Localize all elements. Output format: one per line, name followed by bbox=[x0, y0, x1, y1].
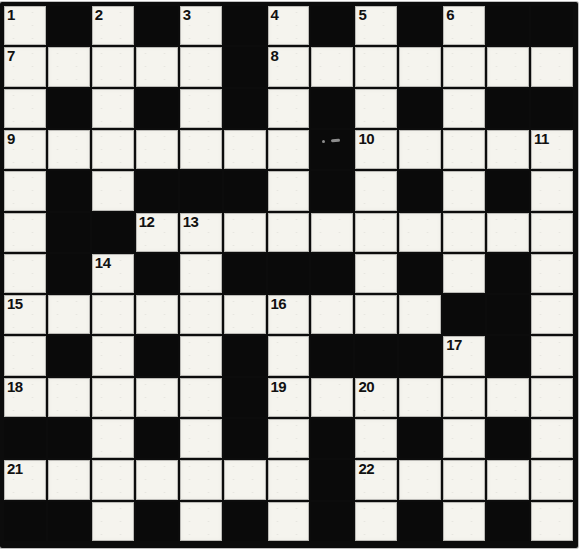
cell-r1c3[interactable]: 2 bbox=[92, 6, 134, 45]
cell-r10c3[interactable] bbox=[92, 378, 134, 417]
black-cell-r11c6 bbox=[224, 419, 266, 458]
cell-r9c13[interactable] bbox=[531, 336, 573, 375]
cell-r6c7[interactable] bbox=[268, 213, 310, 252]
cell-r5c7[interactable] bbox=[268, 171, 310, 210]
cell-r10c9[interactable]: 20 bbox=[355, 378, 397, 417]
cell-r2c5[interactable] bbox=[180, 47, 222, 86]
black-cell-r7c8 bbox=[311, 254, 353, 293]
black-cell-r2c6 bbox=[224, 47, 266, 86]
clue-number-2: 2 bbox=[95, 6, 103, 23]
black-cell-r7c7 bbox=[268, 254, 310, 293]
cell-r6c12[interactable] bbox=[487, 213, 529, 252]
cell-r12c2[interactable] bbox=[48, 460, 90, 499]
cell-r12c13[interactable] bbox=[531, 460, 573, 499]
cell-r3c9[interactable] bbox=[355, 89, 397, 128]
cell-r9c7[interactable] bbox=[268, 336, 310, 375]
clue-number-15: 15 bbox=[7, 295, 23, 312]
cell-r9c3[interactable] bbox=[92, 336, 134, 375]
cell-r9c5[interactable] bbox=[180, 336, 222, 375]
cell-r8c3[interactable] bbox=[92, 295, 134, 334]
black-cell-r5c6 bbox=[224, 171, 266, 210]
cell-r4c9[interactable]: 10 bbox=[355, 130, 397, 169]
cell-r10c10[interactable] bbox=[399, 378, 441, 417]
cell-r10c11[interactable] bbox=[443, 378, 485, 417]
black-cell-r13c2 bbox=[48, 502, 90, 541]
cell-r2c9[interactable] bbox=[355, 47, 397, 86]
cell-r6c11[interactable] bbox=[443, 213, 485, 252]
cell-r9c1[interactable] bbox=[4, 336, 46, 375]
cell-r4c11[interactable] bbox=[443, 130, 485, 169]
black-cell-r9c8 bbox=[311, 336, 353, 375]
cell-r11c11[interactable] bbox=[443, 419, 485, 458]
black-cell-r9c2 bbox=[48, 336, 90, 375]
scan-smudge-dot bbox=[322, 140, 325, 143]
black-cell-r6c2 bbox=[48, 213, 90, 252]
black-cell-r13c6 bbox=[224, 502, 266, 541]
cell-r8c8[interactable] bbox=[311, 295, 353, 334]
cell-r3c3[interactable] bbox=[92, 89, 134, 128]
black-cell-r5c8 bbox=[311, 171, 353, 210]
cell-r12c12[interactable] bbox=[487, 460, 529, 499]
cell-r10c7[interactable]: 19 bbox=[268, 378, 310, 417]
clue-number-14: 14 bbox=[95, 254, 111, 271]
black-cell-r9c10 bbox=[399, 336, 441, 375]
cell-r3c11[interactable] bbox=[443, 89, 485, 128]
cell-r8c10[interactable] bbox=[399, 295, 441, 334]
scan-smudge-dash bbox=[331, 139, 340, 143]
cell-r12c5[interactable] bbox=[180, 460, 222, 499]
cell-r8c9[interactable] bbox=[355, 295, 397, 334]
black-cell-r3c13 bbox=[531, 89, 573, 128]
cell-r8c6[interactable] bbox=[224, 295, 266, 334]
cell-r2c4[interactable] bbox=[136, 47, 178, 86]
cell-r11c5[interactable] bbox=[180, 419, 222, 458]
cell-r11c3[interactable] bbox=[92, 419, 134, 458]
clue-number-16: 16 bbox=[271, 295, 287, 312]
clue-number-21: 21 bbox=[7, 460, 23, 477]
black-cell-r5c4 bbox=[136, 171, 178, 210]
cell-r4c7[interactable] bbox=[268, 130, 310, 169]
clue-number-8: 8 bbox=[271, 47, 279, 64]
black-cell-r3c10 bbox=[399, 89, 441, 128]
cell-r6c8[interactable] bbox=[311, 213, 353, 252]
cell-r13c11[interactable] bbox=[443, 502, 485, 541]
black-cell-r7c10 bbox=[399, 254, 441, 293]
cell-r12c11[interactable] bbox=[443, 460, 485, 499]
cell-r7c1[interactable] bbox=[4, 254, 46, 293]
black-cell-r8c11 bbox=[443, 295, 485, 334]
cell-r3c1[interactable] bbox=[4, 89, 46, 128]
black-cell-r11c2 bbox=[48, 419, 90, 458]
cell-r2c12[interactable] bbox=[487, 47, 529, 86]
cell-r3c7[interactable] bbox=[268, 89, 310, 128]
black-cell-r9c9 bbox=[355, 336, 397, 375]
black-cell-r9c4 bbox=[136, 336, 178, 375]
black-cell-r7c4 bbox=[136, 254, 178, 293]
clue-number-1: 1 bbox=[7, 6, 15, 23]
cell-r8c7[interactable]: 16 bbox=[268, 295, 310, 334]
cell-r6c13[interactable] bbox=[531, 213, 573, 252]
black-cell-r13c4 bbox=[136, 502, 178, 541]
black-cell-r13c1 bbox=[4, 502, 46, 541]
clue-number-22: 22 bbox=[358, 460, 374, 477]
black-cell-r11c4 bbox=[136, 419, 178, 458]
cell-r2c13[interactable] bbox=[531, 47, 573, 86]
black-cell-r9c12 bbox=[487, 336, 529, 375]
black-cell-r3c6 bbox=[224, 89, 266, 128]
cell-r10c2[interactable] bbox=[48, 378, 90, 417]
cell-r13c7[interactable] bbox=[268, 502, 310, 541]
black-cell-r9c6 bbox=[224, 336, 266, 375]
cell-r8c4[interactable] bbox=[136, 295, 178, 334]
cell-r2c3[interactable] bbox=[92, 47, 134, 86]
clue-number-18: 18 bbox=[7, 378, 23, 395]
black-cell-r11c8 bbox=[311, 419, 353, 458]
cell-r7c9[interactable] bbox=[355, 254, 397, 293]
cell-r6c1[interactable] bbox=[4, 213, 46, 252]
cell-r12c3[interactable] bbox=[92, 460, 134, 499]
cell-r2c2[interactable] bbox=[48, 47, 90, 86]
black-cell-r5c5 bbox=[180, 171, 222, 210]
cell-r6c9[interactable] bbox=[355, 213, 397, 252]
cell-r1c9[interactable]: 5 bbox=[355, 6, 397, 45]
clue-number-6: 6 bbox=[446, 6, 454, 23]
clue-number-9: 9 bbox=[7, 130, 15, 147]
cell-r6c5[interactable]: 13 bbox=[180, 213, 222, 252]
cell-r7c3[interactable]: 14 bbox=[92, 254, 134, 293]
cell-r4c10[interactable] bbox=[399, 130, 441, 169]
cell-r12c10[interactable] bbox=[399, 460, 441, 499]
cell-r8c1[interactable]: 15 bbox=[4, 295, 46, 334]
cell-r7c11[interactable] bbox=[443, 254, 485, 293]
cell-r4c4[interactable] bbox=[136, 130, 178, 169]
black-cell-r7c12 bbox=[487, 254, 529, 293]
clue-number-5: 5 bbox=[358, 6, 366, 23]
cell-r2c11[interactable] bbox=[443, 47, 485, 86]
black-cell-r13c12 bbox=[487, 502, 529, 541]
black-cell-r3c12 bbox=[487, 89, 529, 128]
black-cell-r8c12 bbox=[487, 295, 529, 334]
cell-r2c8[interactable] bbox=[311, 47, 353, 86]
black-cell-r1c12 bbox=[487, 6, 529, 45]
black-cell-r5c10 bbox=[399, 171, 441, 210]
cell-r4c6[interactable] bbox=[224, 130, 266, 169]
clue-number-12: 12 bbox=[139, 213, 155, 230]
black-cell-r13c10 bbox=[399, 502, 441, 541]
cell-r13c5[interactable] bbox=[180, 502, 222, 541]
clue-number-13: 13 bbox=[183, 213, 199, 230]
black-cell-r11c10 bbox=[399, 419, 441, 458]
cell-r7c5[interactable] bbox=[180, 254, 222, 293]
cell-r7c13[interactable] bbox=[531, 254, 573, 293]
cell-r4c5[interactable] bbox=[180, 130, 222, 169]
black-cell-r1c6 bbox=[224, 6, 266, 45]
cell-r12c6[interactable] bbox=[224, 460, 266, 499]
cell-r13c9[interactable] bbox=[355, 502, 397, 541]
black-cell-r7c2 bbox=[48, 254, 90, 293]
cell-r10c5[interactable] bbox=[180, 378, 222, 417]
cell-r13c13[interactable] bbox=[531, 502, 573, 541]
cell-r4c13[interactable]: 11 bbox=[531, 130, 573, 169]
black-cell-r13c8 bbox=[311, 502, 353, 541]
black-cell-r3c8 bbox=[311, 89, 353, 128]
black-cell-r10c6 bbox=[224, 378, 266, 417]
black-cell-r3c2 bbox=[48, 89, 90, 128]
cell-r1c11[interactable]: 6 bbox=[443, 6, 485, 45]
clue-number-7: 7 bbox=[7, 47, 15, 64]
cell-r10c13[interactable] bbox=[531, 378, 573, 417]
cell-r8c2[interactable] bbox=[48, 295, 90, 334]
cell-r1c7[interactable]: 4 bbox=[268, 6, 310, 45]
cell-r5c13[interactable] bbox=[531, 171, 573, 210]
cell-r8c13[interactable] bbox=[531, 295, 573, 334]
black-cell-r1c13 bbox=[531, 6, 573, 45]
black-cell-r1c4 bbox=[136, 6, 178, 45]
crossword-board: 12345678910111213141516171819202122 bbox=[0, 2, 578, 548]
clue-number-17: 17 bbox=[446, 336, 462, 353]
cell-r5c11[interactable] bbox=[443, 171, 485, 210]
black-cell-r1c10 bbox=[399, 6, 441, 45]
black-cell-r7c6 bbox=[224, 254, 266, 293]
black-cell-r6c3 bbox=[92, 213, 134, 252]
cell-r12c7[interactable] bbox=[268, 460, 310, 499]
cell-r1c1[interactable]: 1 bbox=[4, 6, 46, 45]
clue-number-11: 11 bbox=[534, 130, 549, 147]
cell-r5c3[interactable] bbox=[92, 171, 134, 210]
clue-number-20: 20 bbox=[358, 378, 374, 395]
cell-r6c6[interactable] bbox=[224, 213, 266, 252]
cell-r12c9[interactable]: 22 bbox=[355, 460, 397, 499]
cell-r11c7[interactable] bbox=[268, 419, 310, 458]
cell-r2c10[interactable] bbox=[399, 47, 441, 86]
crossword-grid: 12345678910111213141516171819202122 bbox=[4, 6, 573, 541]
cell-r4c3[interactable] bbox=[92, 130, 134, 169]
cell-r2c7[interactable]: 8 bbox=[268, 47, 310, 86]
black-cell-r11c1 bbox=[4, 419, 46, 458]
black-cell-r1c8 bbox=[311, 6, 353, 45]
cell-r10c4[interactable] bbox=[136, 378, 178, 417]
cell-r6c4[interactable]: 12 bbox=[136, 213, 178, 252]
clue-number-3: 3 bbox=[183, 6, 191, 23]
cell-r10c8[interactable] bbox=[311, 378, 353, 417]
cell-r4c2[interactable] bbox=[48, 130, 90, 169]
cell-r4c1[interactable]: 9 bbox=[4, 130, 46, 169]
cell-r5c1[interactable] bbox=[4, 171, 46, 210]
clue-number-19: 19 bbox=[271, 378, 287, 395]
cell-r4c12[interactable] bbox=[487, 130, 529, 169]
cell-r5c9[interactable] bbox=[355, 171, 397, 210]
cell-r10c1[interactable]: 18 bbox=[4, 378, 46, 417]
black-cell-r3c4 bbox=[136, 89, 178, 128]
cell-r13c3[interactable] bbox=[92, 502, 134, 541]
black-cell-r12c8 bbox=[311, 460, 353, 499]
clue-number-10: 10 bbox=[358, 130, 374, 147]
cell-r1c5[interactable]: 3 bbox=[180, 6, 222, 45]
cell-r9c11[interactable]: 17 bbox=[443, 336, 485, 375]
black-cell-r4c8 bbox=[311, 130, 353, 169]
black-cell-r5c2 bbox=[48, 171, 90, 210]
cell-r2c1[interactable]: 7 bbox=[4, 47, 46, 86]
cell-r6c10[interactable] bbox=[399, 213, 441, 252]
cell-r10c12[interactable] bbox=[487, 378, 529, 417]
black-cell-r1c2 bbox=[48, 6, 90, 45]
cell-r12c1[interactable]: 21 bbox=[4, 460, 46, 499]
clue-number-4: 4 bbox=[271, 6, 279, 23]
black-cell-r11c12 bbox=[487, 419, 529, 458]
cell-r11c9[interactable] bbox=[355, 419, 397, 458]
cell-r8c5[interactable] bbox=[180, 295, 222, 334]
cell-r12c4[interactable] bbox=[136, 460, 178, 499]
cell-r11c13[interactable] bbox=[531, 419, 573, 458]
cell-r3c5[interactable] bbox=[180, 89, 222, 128]
black-cell-r5c12 bbox=[487, 171, 529, 210]
